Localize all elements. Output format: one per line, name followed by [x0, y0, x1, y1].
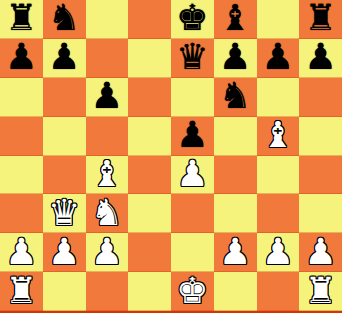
square-g7[interactable]: ♟: [257, 39, 300, 78]
square-f7[interactable]: ♟: [214, 39, 257, 78]
square-g8[interactable]: [257, 0, 300, 39]
piece-white-pawn[interactable]: ♟: [262, 234, 294, 270]
piece-black-king[interactable]: ♚: [176, 0, 208, 36]
piece-black-pawn[interactable]: ♟: [176, 117, 208, 153]
square-f6[interactable]: ♞: [214, 78, 257, 117]
square-d6[interactable]: [128, 78, 171, 117]
piece-black-pawn[interactable]: ♟: [304, 39, 336, 75]
square-b7[interactable]: ♟: [43, 39, 86, 78]
square-e2[interactable]: [171, 233, 214, 272]
square-f8[interactable]: ♝: [214, 0, 257, 39]
square-h6[interactable]: [299, 78, 342, 117]
piece-black-rook[interactable]: ♜: [5, 0, 37, 36]
piece-black-knight[interactable]: ♞: [219, 78, 251, 114]
square-h2[interactable]: ♟: [299, 233, 342, 272]
square-a4[interactable]: [0, 156, 43, 195]
square-e7[interactable]: ♛: [171, 39, 214, 78]
square-h3[interactable]: [299, 194, 342, 233]
square-b4[interactable]: [43, 156, 86, 195]
chess-board-window: ♜♞♚♝♜♟♟♛♟♟♟♟♞♟♝♝♟♛♞♟♟♟♟♟♟♜♚♜: [0, 0, 342, 313]
square-c6[interactable]: ♟: [86, 78, 129, 117]
piece-white-pawn[interactable]: ♟: [176, 156, 208, 192]
piece-black-pawn[interactable]: ♟: [48, 39, 80, 75]
square-f4[interactable]: [214, 156, 257, 195]
piece-black-rook[interactable]: ♜: [304, 0, 336, 36]
piece-white-knight[interactable]: ♞: [91, 195, 123, 231]
square-e1[interactable]: ♚: [171, 272, 214, 311]
square-h8[interactable]: ♜: [299, 0, 342, 39]
square-c2[interactable]: ♟: [86, 233, 129, 272]
piece-black-queen[interactable]: ♛: [176, 39, 208, 75]
square-h5[interactable]: [299, 117, 342, 156]
square-a5[interactable]: [0, 117, 43, 156]
square-b1[interactable]: [43, 272, 86, 311]
square-g6[interactable]: [257, 78, 300, 117]
square-b8[interactable]: ♞: [43, 0, 86, 39]
square-a8[interactable]: ♜: [0, 0, 43, 39]
square-c8[interactable]: [86, 0, 129, 39]
square-f1[interactable]: [214, 272, 257, 311]
square-d5[interactable]: [128, 117, 171, 156]
piece-black-pawn[interactable]: ♟: [219, 39, 251, 75]
square-a7[interactable]: ♟: [0, 39, 43, 78]
square-f5[interactable]: [214, 117, 257, 156]
square-a2[interactable]: ♟: [0, 233, 43, 272]
piece-white-bishop[interactable]: ♝: [262, 117, 294, 153]
square-a6[interactable]: [0, 78, 43, 117]
square-d7[interactable]: [128, 39, 171, 78]
piece-white-bishop[interactable]: ♝: [91, 156, 123, 192]
square-b2[interactable]: ♟: [43, 233, 86, 272]
square-h1[interactable]: ♜: [299, 272, 342, 311]
square-g4[interactable]: [257, 156, 300, 195]
piece-black-pawn[interactable]: ♟: [262, 39, 294, 75]
square-g2[interactable]: ♟: [257, 233, 300, 272]
piece-white-rook[interactable]: ♜: [5, 273, 37, 309]
square-d2[interactable]: [128, 233, 171, 272]
piece-white-king[interactable]: ♚: [176, 273, 208, 309]
chess-board: ♜♞♚♝♜♟♟♛♟♟♟♟♞♟♝♝♟♛♞♟♟♟♟♟♟♜♚♜: [0, 0, 342, 313]
square-g3[interactable]: [257, 194, 300, 233]
square-e4[interactable]: ♟: [171, 156, 214, 195]
square-f2[interactable]: ♟: [214, 233, 257, 272]
square-c3[interactable]: ♞: [86, 194, 129, 233]
square-c5[interactable]: [86, 117, 129, 156]
piece-black-knight[interactable]: ♞: [48, 0, 80, 36]
square-d4[interactable]: [128, 156, 171, 195]
piece-black-pawn[interactable]: ♟: [91, 78, 123, 114]
square-f3[interactable]: [214, 194, 257, 233]
square-c1[interactable]: [86, 272, 129, 311]
piece-white-pawn[interactable]: ♟: [5, 234, 37, 270]
square-a3[interactable]: [0, 194, 43, 233]
piece-white-pawn[interactable]: ♟: [304, 234, 336, 270]
square-e8[interactable]: ♚: [171, 0, 214, 39]
piece-black-bishop[interactable]: ♝: [219, 0, 251, 36]
square-c7[interactable]: [86, 39, 129, 78]
square-h7[interactable]: ♟: [299, 39, 342, 78]
piece-white-pawn[interactable]: ♟: [91, 234, 123, 270]
square-c4[interactable]: ♝: [86, 156, 129, 195]
piece-white-pawn[interactable]: ♟: [219, 234, 251, 270]
square-g1[interactable]: [257, 272, 300, 311]
square-g5[interactable]: ♝: [257, 117, 300, 156]
piece-white-rook[interactable]: ♜: [304, 273, 336, 309]
square-d1[interactable]: [128, 272, 171, 311]
square-e3[interactable]: [171, 194, 214, 233]
piece-white-pawn[interactable]: ♟: [48, 234, 80, 270]
square-e5[interactable]: ♟: [171, 117, 214, 156]
square-b6[interactable]: [43, 78, 86, 117]
square-b3[interactable]: ♛: [43, 194, 86, 233]
piece-black-pawn[interactable]: ♟: [5, 39, 37, 75]
square-d3[interactable]: [128, 194, 171, 233]
square-a1[interactable]: ♜: [0, 272, 43, 311]
square-d8[interactable]: [128, 0, 171, 39]
square-b5[interactable]: [43, 117, 86, 156]
square-e6[interactable]: [171, 78, 214, 117]
piece-white-queen[interactable]: ♛: [48, 195, 80, 231]
square-h4[interactable]: [299, 156, 342, 195]
